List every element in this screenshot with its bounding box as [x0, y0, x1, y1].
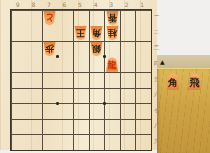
hoshi-star-point — [103, 102, 106, 105]
piece-glyph: 桂 — [108, 28, 117, 37]
square-7一[interactable]: と — [42, 10, 58, 26]
shogi-board: 987654321 一二三四五六七八九 と香王角桂歩銀龍 — [0, 0, 157, 150]
square-3二[interactable]: 桂 — [104, 26, 120, 42]
hand-piece-bishop[interactable]: 角 — [166, 73, 180, 90]
piece-glyph: 角 — [168, 78, 178, 88]
sente-turn-icon: ▲ — [160, 58, 165, 65]
shogi-piece-dragon[interactable]: 龍 — [106, 57, 119, 72]
hand-piece-rook[interactable]: 飛 — [188, 73, 202, 90]
shogi-piece-silver[interactable]: 銀 — [90, 42, 103, 57]
square-3一[interactable]: 香 — [104, 10, 120, 26]
file-label: 5 — [72, 0, 88, 9]
file-label: 2 — [119, 0, 135, 9]
shogi-piece-king[interactable]: 王 — [74, 26, 87, 41]
file-label: 1 — [135, 0, 151, 9]
rank-label: 二 — [153, 25, 161, 41]
file-label: 7 — [41, 0, 57, 9]
file-label: 6 — [57, 0, 73, 9]
square-5二[interactable]: 王 — [73, 26, 89, 42]
shogi-piece-pawn[interactable]: 歩 — [43, 42, 56, 57]
square-7三[interactable]: 歩 — [42, 41, 58, 57]
piece-glyph: 銀 — [92, 43, 101, 52]
piece-glyph: 王 — [76, 28, 85, 37]
piece-glyph: 香 — [108, 12, 117, 21]
hoshi-star-point — [56, 102, 59, 105]
shogi-piece-knight[interactable]: 桂 — [106, 26, 119, 41]
board-grid[interactable]: と香王角桂歩銀龍 — [10, 9, 152, 151]
shogi-app-screen: 987654321 一二三四五六七八九 と香王角桂歩銀龍 ▲ 角飛 — [0, 0, 210, 153]
shogi-piece-tokin[interactable]: と — [43, 11, 56, 26]
piece-glyph: と — [45, 12, 54, 21]
piece-glyph: 歩 — [45, 43, 54, 52]
komadai-body: 角飛 — [157, 68, 210, 153]
file-label: 4 — [88, 0, 104, 9]
hand-pieces-row: 角飛 — [166, 73, 202, 90]
komadai-hand-stand: ▲ 角飛 — [157, 55, 210, 153]
piece-glyph: 角 — [92, 28, 101, 37]
rank-label: 三 — [153, 40, 161, 56]
shogi-piece-bishop[interactable]: 角 — [90, 26, 103, 41]
piece-glyph: 飛 — [190, 78, 200, 88]
shogi-piece-lance[interactable]: 香 — [106, 11, 119, 26]
square-4二[interactable]: 角 — [89, 26, 105, 42]
rank-label: 一 — [153, 9, 161, 25]
square-4三[interactable]: 銀 — [89, 41, 105, 57]
file-labels: 987654321 — [10, 0, 150, 9]
komadai-header: ▲ — [157, 55, 210, 68]
square-3四[interactable]: 龍 — [104, 57, 120, 73]
file-label: 3 — [103, 0, 119, 9]
file-label: 9 — [10, 0, 26, 9]
file-label: 8 — [26, 0, 42, 9]
piece-glyph: 龍 — [108, 61, 117, 70]
